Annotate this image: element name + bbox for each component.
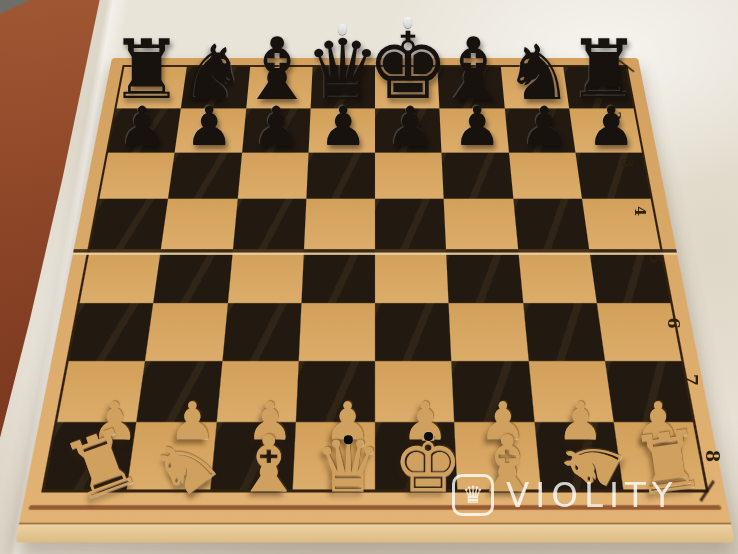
piece-white-knight[interactable]: ♞	[139, 420, 232, 514]
finial-tip	[404, 17, 412, 28]
piece-black-pawn[interactable]: ♟	[319, 100, 367, 154]
finial-tip	[344, 435, 353, 444]
photo-scene: ♛ VIOLITY ♜♞♝♛♚♝♞♜♟♟♟♟♟♟♟♟♟♟♟♟♟♟♟♟♜♞♝♛♚♝…	[0, 0, 738, 554]
piece-black-pawn[interactable]: ♟	[587, 100, 635, 154]
crown-icon: ♛	[452, 474, 494, 516]
watermark-text: VIOLITY	[506, 475, 679, 515]
piece-black-pawn[interactable]: ♟	[386, 100, 434, 154]
rank-label-7: 7	[682, 374, 702, 386]
piece-white-queen[interactable]: ♛	[315, 428, 381, 502]
finial-tip	[339, 24, 347, 35]
piece-white-bishop[interactable]: ♝	[234, 425, 304, 503]
rank-label-4: 4	[632, 206, 648, 216]
crown-glyph: ♛	[462, 483, 484, 507]
piece-black-pawn[interactable]: ♟	[453, 100, 501, 154]
rank-label-8: 8	[702, 450, 723, 463]
rank-label-5: 5	[646, 254, 664, 264]
piece-black-pawn[interactable]: ♟	[185, 100, 233, 154]
piece-black-pawn[interactable]: ♟	[252, 100, 300, 154]
finial-tip	[424, 432, 433, 441]
piece-black-pawn[interactable]: ♟	[520, 100, 568, 154]
rank-label-3: 3	[619, 158, 635, 168]
piece-black-pawn[interactable]: ♟	[118, 100, 166, 154]
watermark: ♛ VIOLITY	[452, 474, 679, 516]
rank-label-6: 6	[664, 317, 683, 328]
pieces-layer: ♛ VIOLITY ♜♞♝♛♚♝♞♜♟♟♟♟♟♟♟♟♟♟♟♟♟♟♟♟♜♞♝♛♚♝…	[0, 0, 738, 554]
